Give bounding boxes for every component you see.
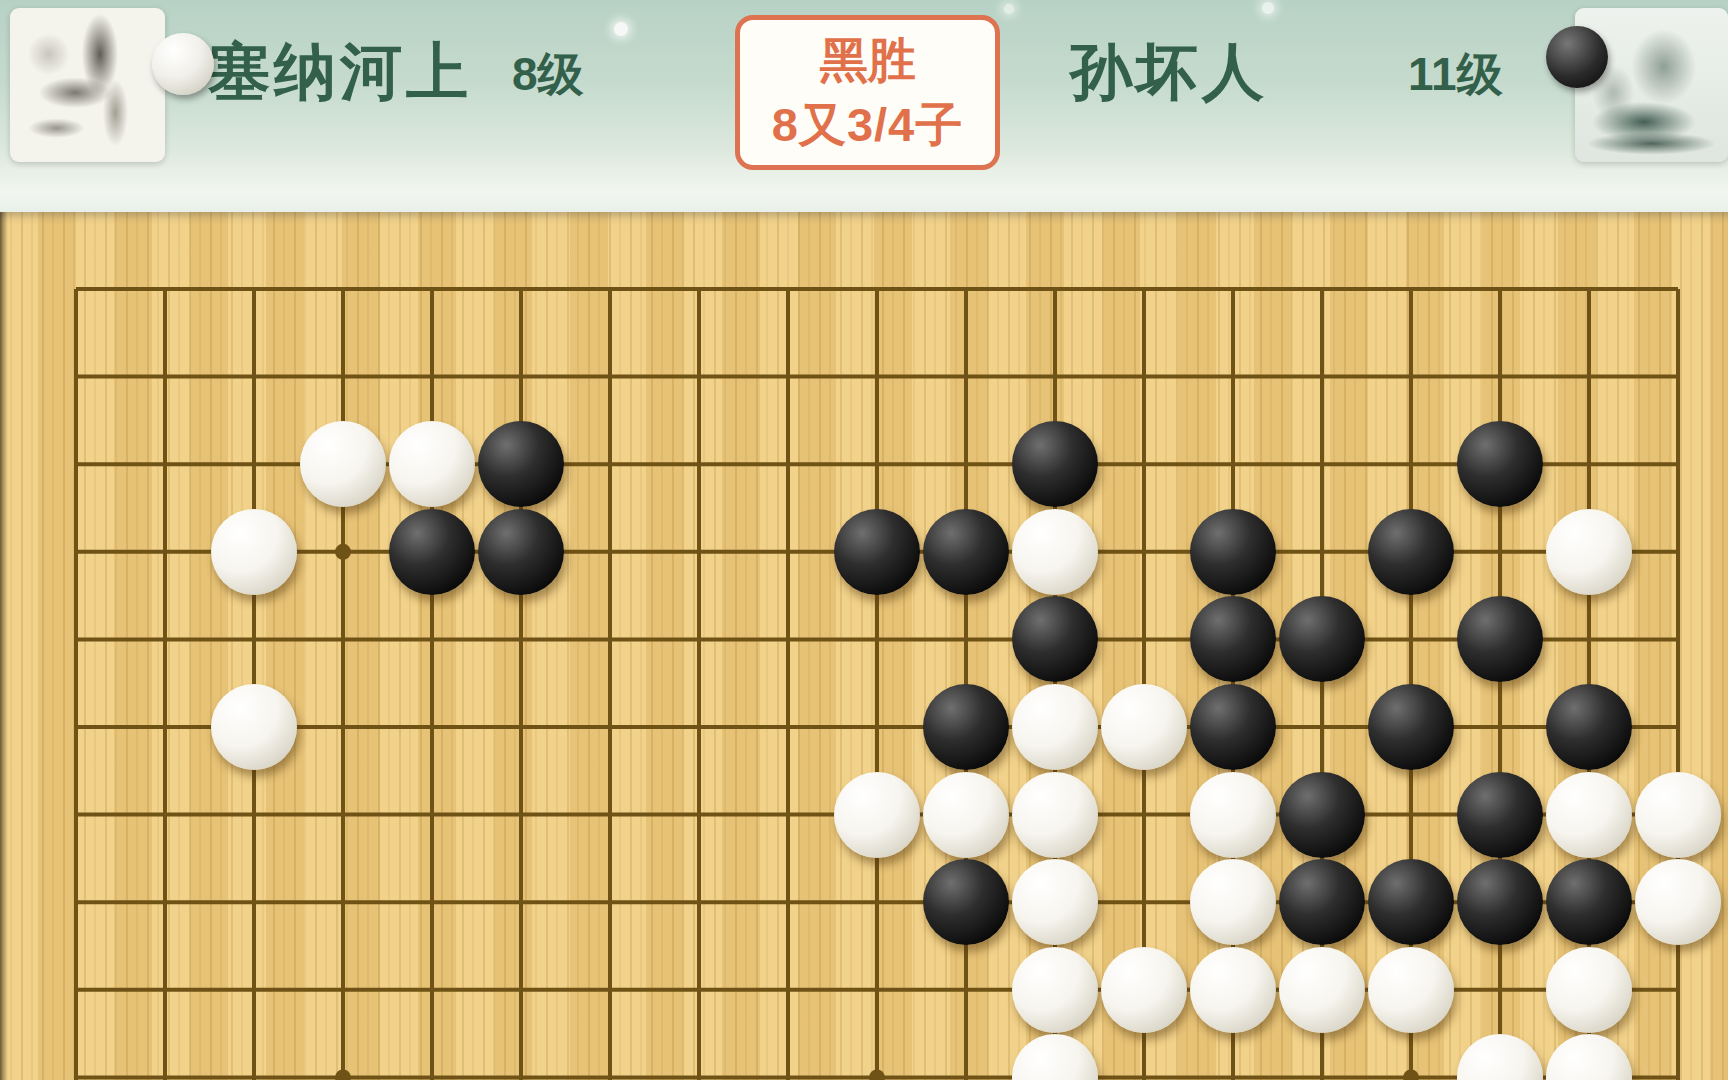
left-player-rank: 8级 [512, 44, 584, 106]
result-box: 黑胜 8又3/4子 [735, 15, 1000, 170]
white-stone [1012, 1034, 1098, 1080]
black-stone [1279, 596, 1365, 682]
white-stone [300, 421, 386, 507]
black-stone [923, 509, 1009, 595]
white-stone [1546, 1034, 1632, 1080]
white-stone [1101, 684, 1187, 770]
white-stone [1190, 772, 1276, 858]
white-stone [1368, 947, 1454, 1033]
right-player-name: 孙坏人 [1070, 30, 1268, 114]
white-stone [1546, 772, 1632, 858]
right-player-rank: 11级 [1408, 44, 1503, 106]
black-stone [1457, 859, 1543, 945]
left-player-name: 塞纳河上 [208, 30, 472, 114]
sparkle-decoration [614, 22, 628, 36]
white-stone [1635, 772, 1721, 858]
black-stone [1190, 596, 1276, 682]
black-stone [1279, 859, 1365, 945]
black-stone [1368, 509, 1454, 595]
result-winner-text: 黑胜 [820, 37, 916, 85]
black-stone [1012, 596, 1098, 682]
black-stone [1546, 684, 1632, 770]
white-stone [1546, 509, 1632, 595]
black-stone [1190, 684, 1276, 770]
white-stone [1012, 859, 1098, 945]
white-stone [1190, 859, 1276, 945]
white-stone [1546, 947, 1632, 1033]
black-stone [1546, 859, 1632, 945]
black-stone [478, 421, 564, 507]
black-stone [389, 509, 475, 595]
black-stone [1457, 772, 1543, 858]
white-stone [1457, 1034, 1543, 1080]
black-stone [1368, 859, 1454, 945]
black-stone-icon [1546, 26, 1608, 88]
black-stone [1279, 772, 1365, 858]
white-stone [923, 772, 1009, 858]
white-stone [1012, 684, 1098, 770]
white-stone [211, 684, 297, 770]
sparkle-decoration [1004, 4, 1014, 14]
black-stone [834, 509, 920, 595]
black-stone [1368, 684, 1454, 770]
white-stone [211, 509, 297, 595]
go-board[interactable] [0, 212, 1728, 1080]
sparkle-decoration [1262, 2, 1274, 14]
white-stone [1012, 509, 1098, 595]
black-stone [1190, 509, 1276, 595]
stones-layer [32, 245, 1723, 1080]
go-app-screen: 塞纳河上 8级 黑胜 8又3/4子 孙坏人 11级 [0, 0, 1728, 1080]
black-stone [923, 859, 1009, 945]
white-stone [1101, 947, 1187, 1033]
left-player-avatar[interactable] [10, 8, 165, 162]
black-stone [1012, 421, 1098, 507]
white-stone [834, 772, 920, 858]
white-stone [1635, 859, 1721, 945]
black-stone [478, 509, 564, 595]
result-margin-text: 8又3/4子 [772, 101, 963, 148]
right-player-avatar[interactable] [1575, 8, 1728, 162]
white-stone [1012, 947, 1098, 1033]
white-stone [1190, 947, 1276, 1033]
white-stone [1279, 947, 1365, 1033]
white-stone-icon [152, 33, 214, 95]
white-stone [1012, 772, 1098, 858]
white-stone [389, 421, 475, 507]
black-stone [1457, 596, 1543, 682]
game-header: 塞纳河上 8级 黑胜 8又3/4子 孙坏人 11级 [0, 0, 1728, 212]
black-stone [923, 684, 1009, 770]
black-stone [1457, 421, 1543, 507]
